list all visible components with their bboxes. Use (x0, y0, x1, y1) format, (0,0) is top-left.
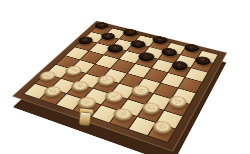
clasp-plate (79, 112, 90, 125)
dark-piece (137, 51, 157, 62)
dark-piece (182, 43, 201, 54)
board-surface (12, 21, 227, 152)
light-piece (150, 119, 174, 136)
dark-piece (92, 21, 110, 30)
board-square (138, 105, 163, 122)
dark-piece (151, 35, 170, 45)
dark-piece (170, 60, 190, 72)
board-square (148, 123, 175, 142)
checkers-board (12, 21, 227, 152)
light-piece (36, 70, 58, 83)
brass-clasp (76, 108, 94, 129)
dark-piece (121, 28, 139, 37)
